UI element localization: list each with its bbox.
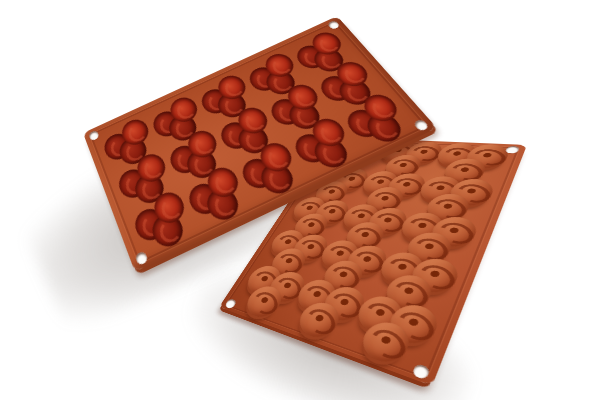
product-photo [0,0,600,400]
corner-hole [505,146,520,154]
